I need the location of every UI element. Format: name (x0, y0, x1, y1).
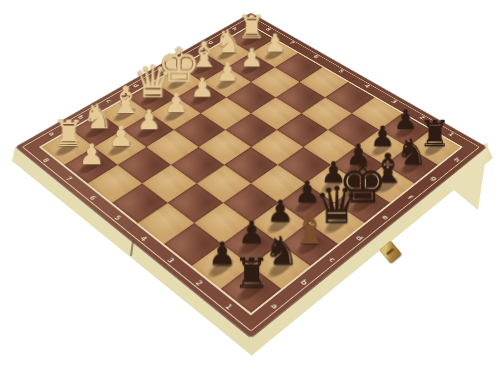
white-pawn-a7: ♟ (60, 140, 121, 169)
black-rook-a1: ♜ (216, 253, 285, 295)
product-photo: ♜♞♝♛♚♝♞♜♟♟♟♟♟♟♟♟♟♟♟♟♟♟♟♟♜♞♝♛♚♝♞♜ aabbccd… (0, 0, 500, 384)
clasp-slot (386, 248, 395, 256)
